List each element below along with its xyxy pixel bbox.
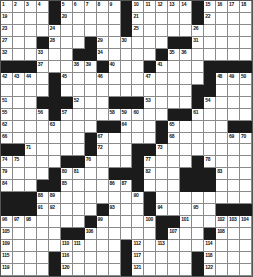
white-cell[interactable] — [121, 156, 133, 168]
white-cell[interactable] — [85, 264, 97, 276]
white-cell[interactable] — [132, 61, 144, 73]
white-cell[interactable] — [121, 73, 133, 85]
white-cell[interactable] — [49, 156, 61, 168]
white-cell[interactable] — [85, 85, 97, 97]
white-cell[interactable] — [168, 25, 180, 37]
white-cell[interactable] — [61, 133, 73, 145]
white-cell[interactable] — [61, 61, 73, 73]
white-cell[interactable] — [156, 13, 168, 25]
white-cell[interactable] — [144, 109, 156, 121]
white-cell[interactable]: 60 — [132, 109, 144, 121]
white-cell[interactable] — [109, 25, 121, 37]
white-cell[interactable] — [85, 204, 97, 216]
white-cell[interactable] — [216, 97, 228, 109]
white-cell[interactable]: 15 — [204, 1, 216, 13]
white-cell[interactable] — [37, 216, 49, 228]
white-cell[interactable]: 19 — [1, 13, 13, 25]
white-cell[interactable]: 57 — [61, 109, 73, 121]
white-cell[interactable] — [97, 97, 109, 109]
white-cell[interactable]: 45 — [61, 73, 73, 85]
white-cell[interactable]: 13 — [168, 1, 180, 13]
white-cell[interactable]: 53 — [144, 97, 156, 109]
white-cell[interactable] — [216, 109, 228, 121]
white-cell[interactable] — [180, 156, 192, 168]
white-cell[interactable] — [168, 156, 180, 168]
white-cell[interactable] — [144, 13, 156, 25]
white-cell[interactable]: 33 — [37, 49, 49, 61]
white-cell[interactable] — [168, 61, 180, 73]
white-cell[interactable]: 6 — [73, 1, 85, 13]
white-cell[interactable]: 47 — [144, 73, 156, 85]
white-cell[interactable] — [216, 85, 228, 97]
white-cell[interactable] — [192, 121, 204, 133]
white-cell[interactable]: 25 — [132, 25, 144, 37]
white-cell[interactable] — [121, 192, 133, 204]
white-cell[interactable] — [37, 13, 49, 25]
white-cell[interactable]: 106 — [85, 228, 97, 240]
white-cell[interactable] — [180, 240, 192, 252]
white-cell[interactable]: 1 — [1, 1, 13, 13]
white-cell[interactable]: 17 — [228, 1, 240, 13]
white-cell[interactable] — [228, 156, 240, 168]
white-cell[interactable] — [144, 240, 156, 252]
white-cell[interactable]: 120 — [61, 264, 73, 276]
white-cell[interactable] — [156, 264, 168, 276]
white-cell[interactable] — [144, 252, 156, 264]
white-cell[interactable] — [13, 133, 25, 145]
white-cell[interactable] — [85, 192, 97, 204]
white-cell[interactable] — [97, 85, 109, 97]
white-cell[interactable] — [240, 13, 252, 25]
white-cell[interactable] — [13, 25, 25, 37]
white-cell[interactable] — [168, 240, 180, 252]
white-cell[interactable] — [216, 49, 228, 61]
white-cell[interactable]: 110 — [61, 240, 73, 252]
white-cell[interactable]: 44 — [25, 73, 37, 85]
white-cell[interactable]: 87 — [121, 180, 133, 192]
white-cell[interactable] — [180, 97, 192, 109]
white-cell[interactable] — [192, 216, 204, 228]
white-cell[interactable] — [109, 192, 121, 204]
white-cell[interactable] — [240, 49, 252, 61]
white-cell[interactable] — [204, 37, 216, 49]
white-cell[interactable] — [180, 144, 192, 156]
white-cell[interactable] — [73, 180, 85, 192]
white-cell[interactable]: 118 — [204, 252, 216, 264]
white-cell[interactable] — [25, 228, 37, 240]
white-cell[interactable]: 27 — [1, 37, 13, 49]
white-cell[interactable] — [144, 49, 156, 61]
white-cell[interactable] — [25, 240, 37, 252]
white-cell[interactable] — [228, 264, 240, 276]
white-cell[interactable] — [192, 61, 204, 73]
white-cell[interactable] — [168, 73, 180, 85]
white-cell[interactable] — [97, 25, 109, 37]
white-cell[interactable]: 83 — [216, 168, 228, 180]
white-cell[interactable] — [240, 37, 252, 49]
white-cell[interactable] — [180, 121, 192, 133]
white-cell[interactable]: 69 — [228, 133, 240, 145]
white-cell[interactable]: 82 — [144, 168, 156, 180]
white-cell[interactable] — [109, 216, 121, 228]
white-cell[interactable]: 7 — [85, 1, 97, 13]
white-cell[interactable] — [180, 228, 192, 240]
white-cell[interactable] — [144, 37, 156, 49]
white-cell[interactable] — [37, 228, 49, 240]
white-cell[interactable] — [85, 13, 97, 25]
white-cell[interactable]: 122 — [204, 264, 216, 276]
white-cell[interactable] — [109, 156, 121, 168]
white-cell[interactable]: 34 — [97, 49, 109, 61]
white-cell[interactable] — [168, 204, 180, 216]
white-cell[interactable] — [25, 156, 37, 168]
white-cell[interactable] — [73, 252, 85, 264]
white-cell[interactable] — [144, 133, 156, 145]
white-cell[interactable] — [13, 121, 25, 133]
white-cell[interactable]: 56 — [37, 109, 49, 121]
white-cell[interactable] — [61, 216, 73, 228]
white-cell[interactable] — [168, 144, 180, 156]
white-cell[interactable]: 113 — [156, 240, 168, 252]
white-cell[interactable] — [240, 228, 252, 240]
white-cell[interactable] — [180, 73, 192, 85]
white-cell[interactable]: 75 — [13, 156, 25, 168]
white-cell[interactable] — [121, 216, 133, 228]
white-cell[interactable] — [204, 216, 216, 228]
white-cell[interactable] — [168, 192, 180, 204]
white-cell[interactable] — [25, 49, 37, 61]
white-cell[interactable] — [144, 85, 156, 97]
white-cell[interactable]: 94 — [156, 204, 168, 216]
white-cell[interactable] — [85, 121, 97, 133]
white-cell[interactable] — [49, 49, 61, 61]
white-cell[interactable] — [73, 204, 85, 216]
white-cell[interactable]: 32 — [1, 49, 13, 61]
white-cell[interactable] — [121, 61, 133, 73]
white-cell[interactable]: 16 — [216, 1, 228, 13]
white-cell[interactable] — [109, 264, 121, 276]
white-cell[interactable]: 66 — [1, 133, 13, 145]
white-cell[interactable] — [61, 192, 73, 204]
white-cell[interactable]: 111 — [73, 240, 85, 252]
white-cell[interactable] — [61, 121, 73, 133]
white-cell[interactable] — [85, 240, 97, 252]
white-cell[interactable]: 121 — [132, 264, 144, 276]
white-cell[interactable] — [240, 180, 252, 192]
white-cell[interactable] — [85, 168, 97, 180]
white-cell[interactable]: 74 — [1, 156, 13, 168]
white-cell[interactable] — [240, 192, 252, 204]
white-cell[interactable] — [168, 97, 180, 109]
white-cell[interactable] — [192, 133, 204, 145]
white-cell[interactable]: 100 — [144, 216, 156, 228]
white-cell[interactable] — [144, 180, 156, 192]
white-cell[interactable]: 103 — [228, 216, 240, 228]
white-cell[interactable]: 23 — [1, 25, 13, 37]
white-cell[interactable] — [180, 61, 192, 73]
white-cell[interactable]: 42 — [1, 73, 13, 85]
white-cell[interactable] — [144, 25, 156, 37]
white-cell[interactable]: 48 — [216, 73, 228, 85]
white-cell[interactable] — [168, 168, 180, 180]
white-cell[interactable]: 89 — [49, 192, 61, 204]
white-cell[interactable] — [240, 25, 252, 37]
white-cell[interactable] — [85, 73, 97, 85]
white-cell[interactable]: 119 — [1, 264, 13, 276]
white-cell[interactable] — [13, 97, 25, 109]
white-cell[interactable]: 35 — [168, 49, 180, 61]
white-cell[interactable] — [25, 264, 37, 276]
white-cell[interactable]: 101 — [180, 216, 192, 228]
white-cell[interactable]: 114 — [204, 240, 216, 252]
white-cell[interactable]: 70 — [240, 133, 252, 145]
white-cell[interactable] — [180, 252, 192, 264]
white-cell[interactable] — [132, 121, 144, 133]
white-cell[interactable] — [13, 180, 25, 192]
white-cell[interactable] — [216, 192, 228, 204]
white-cell[interactable] — [132, 228, 144, 240]
white-cell[interactable] — [216, 252, 228, 264]
white-cell[interactable] — [204, 49, 216, 61]
white-cell[interactable] — [228, 13, 240, 25]
white-cell[interactable] — [240, 168, 252, 180]
white-cell[interactable] — [37, 240, 49, 252]
white-cell[interactable]: 117 — [132, 252, 144, 264]
white-cell[interactable] — [109, 252, 121, 264]
white-cell[interactable]: 92 — [49, 204, 61, 216]
white-cell[interactable] — [49, 228, 61, 240]
white-cell[interactable]: 73 — [156, 144, 168, 156]
white-cell[interactable] — [109, 240, 121, 252]
white-cell[interactable]: 96 — [1, 216, 13, 228]
white-cell[interactable] — [13, 13, 25, 25]
white-cell[interactable]: 98 — [25, 216, 37, 228]
white-cell[interactable] — [13, 168, 25, 180]
white-cell[interactable] — [73, 121, 85, 133]
white-cell[interactable] — [216, 144, 228, 156]
white-cell[interactable]: 79 — [1, 168, 13, 180]
white-cell[interactable] — [216, 37, 228, 49]
white-cell[interactable]: 12 — [156, 1, 168, 13]
white-cell[interactable] — [25, 133, 37, 145]
white-cell[interactable]: 52 — [73, 97, 85, 109]
white-cell[interactable] — [121, 144, 133, 156]
white-cell[interactable] — [216, 25, 228, 37]
white-cell[interactable] — [216, 240, 228, 252]
white-cell[interactable] — [228, 37, 240, 49]
white-cell[interactable] — [25, 121, 37, 133]
white-cell[interactable] — [25, 25, 37, 37]
white-cell[interactable] — [168, 13, 180, 25]
white-cell[interactable] — [13, 49, 25, 61]
white-cell[interactable]: 38 — [73, 61, 85, 73]
white-cell[interactable] — [228, 25, 240, 37]
white-cell[interactable]: 9 — [109, 1, 121, 13]
white-cell[interactable] — [85, 109, 97, 121]
white-cell[interactable] — [180, 25, 192, 37]
white-cell[interactable]: 55 — [1, 109, 13, 121]
white-cell[interactable]: 39 — [85, 61, 97, 73]
white-cell[interactable]: 46 — [97, 73, 109, 85]
white-cell[interactable] — [216, 13, 228, 25]
white-cell[interactable]: 67 — [97, 133, 109, 145]
white-cell[interactable] — [37, 144, 49, 156]
white-cell[interactable] — [156, 25, 168, 37]
white-cell[interactable] — [216, 133, 228, 145]
white-cell[interactable]: 49 — [228, 73, 240, 85]
white-cell[interactable] — [180, 85, 192, 97]
white-cell[interactable] — [61, 204, 73, 216]
white-cell[interactable] — [25, 13, 37, 25]
white-cell[interactable] — [73, 25, 85, 37]
white-cell[interactable] — [240, 156, 252, 168]
white-cell[interactable] — [156, 192, 168, 204]
white-cell[interactable]: 5 — [61, 1, 73, 13]
white-cell[interactable] — [156, 109, 168, 121]
white-cell[interactable] — [240, 240, 252, 252]
white-cell[interactable]: 86 — [109, 180, 121, 192]
white-cell[interactable]: 3 — [25, 1, 37, 13]
white-cell[interactable]: 54 — [204, 97, 216, 109]
white-cell[interactable] — [37, 252, 49, 264]
white-cell[interactable] — [97, 240, 109, 252]
white-cell[interactable] — [228, 109, 240, 121]
white-cell[interactable] — [228, 144, 240, 156]
white-cell[interactable] — [228, 180, 240, 192]
white-cell[interactable] — [109, 85, 121, 97]
white-cell[interactable] — [228, 192, 240, 204]
white-cell[interactable] — [168, 252, 180, 264]
white-cell[interactable] — [73, 192, 85, 204]
white-cell[interactable]: 10 — [132, 1, 144, 13]
white-cell[interactable]: 109 — [1, 240, 13, 252]
white-cell[interactable] — [13, 240, 25, 252]
white-cell[interactable] — [37, 133, 49, 145]
white-cell[interactable] — [37, 25, 49, 37]
white-cell[interactable] — [204, 133, 216, 145]
white-cell[interactable]: 112 — [132, 240, 144, 252]
white-cell[interactable]: 104 — [240, 216, 252, 228]
white-cell[interactable]: 77 — [144, 156, 156, 168]
white-cell[interactable]: 22 — [204, 13, 216, 25]
white-cell[interactable]: 90 — [132, 192, 144, 204]
white-cell[interactable] — [73, 85, 85, 97]
white-cell[interactable]: 41 — [156, 61, 168, 73]
white-cell[interactable]: 116 — [61, 252, 73, 264]
white-cell[interactable] — [73, 216, 85, 228]
white-cell[interactable]: 71 — [25, 144, 37, 156]
white-cell[interactable] — [168, 264, 180, 276]
white-cell[interactable]: 65 — [168, 121, 180, 133]
white-cell[interactable] — [97, 13, 109, 25]
white-cell[interactable]: 105 — [1, 228, 13, 240]
white-cell[interactable] — [132, 85, 144, 97]
white-cell[interactable] — [156, 252, 168, 264]
white-cell[interactable] — [25, 109, 37, 121]
white-cell[interactable] — [37, 168, 49, 180]
white-cell[interactable] — [192, 192, 204, 204]
white-cell[interactable] — [109, 13, 121, 25]
white-cell[interactable] — [228, 228, 240, 240]
white-cell[interactable] — [156, 180, 168, 192]
white-cell[interactable]: 61 — [192, 109, 204, 121]
white-cell[interactable] — [180, 204, 192, 216]
white-cell[interactable] — [85, 252, 97, 264]
white-cell[interactable] — [85, 180, 97, 192]
white-cell[interactable] — [144, 121, 156, 133]
white-cell[interactable] — [204, 204, 216, 216]
white-cell[interactable]: 88 — [37, 192, 49, 204]
white-cell[interactable] — [180, 192, 192, 204]
white-cell[interactable] — [156, 156, 168, 168]
white-cell[interactable]: 8 — [97, 1, 109, 13]
white-cell[interactable] — [156, 97, 168, 109]
white-cell[interactable] — [192, 144, 204, 156]
white-cell[interactable] — [204, 121, 216, 133]
white-cell[interactable] — [240, 85, 252, 97]
white-cell[interactable]: 29 — [97, 37, 109, 49]
white-cell[interactable]: 43 — [13, 73, 25, 85]
white-cell[interactable] — [73, 37, 85, 49]
white-cell[interactable]: 51 — [1, 97, 13, 109]
white-cell[interactable] — [132, 216, 144, 228]
white-cell[interactable] — [97, 109, 109, 121]
white-cell[interactable] — [240, 144, 252, 156]
white-cell[interactable] — [25, 252, 37, 264]
white-cell[interactable] — [228, 240, 240, 252]
white-cell[interactable] — [61, 144, 73, 156]
white-cell[interactable]: 97 — [13, 216, 25, 228]
white-cell[interactable] — [25, 37, 37, 49]
white-cell[interactable] — [97, 180, 109, 192]
white-cell[interactable]: 24 — [49, 25, 61, 37]
white-cell[interactable] — [132, 49, 144, 61]
white-cell[interactable]: 115 — [1, 252, 13, 264]
white-cell[interactable] — [97, 228, 109, 240]
white-cell[interactable]: 14 — [180, 1, 192, 13]
white-cell[interactable] — [49, 240, 61, 252]
white-cell[interactable] — [192, 73, 204, 85]
white-cell[interactable] — [109, 37, 121, 49]
white-cell[interactable] — [61, 37, 73, 49]
white-cell[interactable] — [180, 264, 192, 276]
white-cell[interactable]: 4 — [37, 1, 49, 13]
white-cell[interactable] — [228, 49, 240, 61]
white-cell[interactable] — [61, 85, 73, 97]
white-cell[interactable] — [1, 85, 13, 97]
white-cell[interactable] — [240, 97, 252, 109]
white-cell[interactable] — [132, 133, 144, 145]
white-cell[interactable] — [97, 264, 109, 276]
white-cell[interactable] — [204, 109, 216, 121]
white-cell[interactable] — [228, 168, 240, 180]
white-cell[interactable]: 59 — [121, 109, 133, 121]
white-cell[interactable]: 78 — [204, 156, 216, 168]
white-cell[interactable]: 18 — [240, 1, 252, 13]
white-cell[interactable]: 108 — [216, 228, 228, 240]
white-cell[interactable]: 50 — [240, 73, 252, 85]
white-cell[interactable] — [13, 264, 25, 276]
white-cell[interactable] — [216, 156, 228, 168]
white-cell[interactable]: 37 — [37, 61, 49, 73]
white-cell[interactable]: 21 — [132, 13, 144, 25]
white-cell[interactable] — [144, 264, 156, 276]
white-cell[interactable] — [37, 85, 49, 97]
white-cell[interactable] — [85, 97, 97, 109]
white-cell[interactable] — [97, 192, 109, 204]
white-cell[interactable]: 93 — [109, 204, 121, 216]
white-cell[interactable] — [61, 25, 73, 37]
